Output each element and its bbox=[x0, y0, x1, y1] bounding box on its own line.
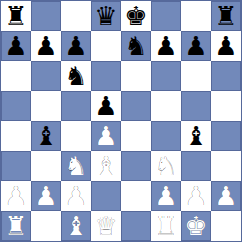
piece-white-bishop[interactable]: ♗ bbox=[91, 151, 121, 181]
square-a1[interactable]: ♖ bbox=[1, 211, 31, 241]
square-h2[interactable]: ♙ bbox=[211, 181, 241, 211]
piece-black-pawn[interactable]: ♟ bbox=[151, 31, 181, 61]
square-f5[interactable] bbox=[151, 91, 181, 121]
square-h4[interactable] bbox=[211, 121, 241, 151]
piece-white-pawn[interactable]: ♙ bbox=[1, 181, 31, 211]
square-h1[interactable] bbox=[211, 211, 241, 241]
piece-black-queen[interactable]: ♛ bbox=[91, 1, 121, 31]
square-d8[interactable]: ♛ bbox=[91, 1, 121, 31]
square-c6[interactable]: ♞ bbox=[61, 61, 91, 91]
piece-black-rook[interactable]: ♜ bbox=[211, 1, 241, 31]
square-h8[interactable]: ♜ bbox=[211, 1, 241, 31]
square-b1[interactable] bbox=[31, 211, 61, 241]
square-e8[interactable]: ♚ bbox=[121, 1, 151, 31]
square-d4[interactable]: ♙ bbox=[91, 121, 121, 151]
square-f3[interactable]: ♘ bbox=[151, 151, 181, 181]
square-f8[interactable] bbox=[151, 1, 181, 31]
piece-white-rook[interactable]: ♖ bbox=[1, 211, 31, 241]
square-f2[interactable]: ♙ bbox=[151, 181, 181, 211]
piece-white-rook[interactable]: ♖ bbox=[151, 211, 181, 241]
piece-white-knight[interactable]: ♘ bbox=[61, 151, 91, 181]
chess-board: ♜♛♚♜♟♟♟♞♟♟♟♞♟♝♙♝♘♗♘♙♙♙♙♙♙♖♗♕♖♔ bbox=[0, 0, 242, 242]
square-a3[interactable] bbox=[1, 151, 31, 181]
piece-white-queen[interactable]: ♕ bbox=[91, 211, 121, 241]
square-b8[interactable] bbox=[31, 1, 61, 31]
square-g6[interactable] bbox=[181, 61, 211, 91]
piece-black-pawn[interactable]: ♟ bbox=[181, 31, 211, 61]
square-d2[interactable] bbox=[91, 181, 121, 211]
piece-white-pawn[interactable]: ♙ bbox=[91, 121, 121, 151]
piece-white-pawn[interactable]: ♙ bbox=[151, 181, 181, 211]
piece-black-knight[interactable]: ♞ bbox=[121, 31, 151, 61]
square-e2[interactable] bbox=[121, 181, 151, 211]
square-d1[interactable]: ♕ bbox=[91, 211, 121, 241]
piece-white-pawn[interactable]: ♙ bbox=[211, 181, 241, 211]
square-b4[interactable]: ♝ bbox=[31, 121, 61, 151]
square-a4[interactable] bbox=[1, 121, 31, 151]
square-a5[interactable] bbox=[1, 91, 31, 121]
piece-black-pawn[interactable]: ♟ bbox=[31, 31, 61, 61]
square-g1[interactable]: ♔ bbox=[181, 211, 211, 241]
piece-white-pawn[interactable]: ♙ bbox=[31, 181, 61, 211]
square-h6[interactable] bbox=[211, 61, 241, 91]
square-g4[interactable]: ♝ bbox=[181, 121, 211, 151]
square-b5[interactable] bbox=[31, 91, 61, 121]
piece-black-bishop[interactable]: ♝ bbox=[31, 121, 61, 151]
square-g5[interactable] bbox=[181, 91, 211, 121]
square-g3[interactable] bbox=[181, 151, 211, 181]
square-c8[interactable] bbox=[61, 1, 91, 31]
square-h3[interactable] bbox=[211, 151, 241, 181]
square-h7[interactable]: ♟ bbox=[211, 31, 241, 61]
square-b6[interactable] bbox=[31, 61, 61, 91]
square-d7[interactable] bbox=[91, 31, 121, 61]
square-b3[interactable] bbox=[31, 151, 61, 181]
square-b2[interactable]: ♙ bbox=[31, 181, 61, 211]
square-c7[interactable]: ♟ bbox=[61, 31, 91, 61]
square-f4[interactable] bbox=[151, 121, 181, 151]
square-g7[interactable]: ♟ bbox=[181, 31, 211, 61]
piece-white-pawn[interactable]: ♙ bbox=[61, 181, 91, 211]
piece-white-bishop[interactable]: ♗ bbox=[61, 211, 91, 241]
square-g8[interactable] bbox=[181, 1, 211, 31]
piece-black-knight[interactable]: ♞ bbox=[61, 61, 91, 91]
square-d6[interactable] bbox=[91, 61, 121, 91]
square-c5[interactable] bbox=[61, 91, 91, 121]
square-a7[interactable]: ♟ bbox=[1, 31, 31, 61]
square-e4[interactable] bbox=[121, 121, 151, 151]
square-e3[interactable] bbox=[121, 151, 151, 181]
piece-white-king[interactable]: ♔ bbox=[181, 211, 211, 241]
square-d3[interactable]: ♗ bbox=[91, 151, 121, 181]
square-e5[interactable] bbox=[121, 91, 151, 121]
square-b7[interactable]: ♟ bbox=[31, 31, 61, 61]
square-e7[interactable]: ♞ bbox=[121, 31, 151, 61]
square-c2[interactable]: ♙ bbox=[61, 181, 91, 211]
piece-white-pawn[interactable]: ♙ bbox=[181, 181, 211, 211]
piece-black-pawn[interactable]: ♟ bbox=[61, 31, 91, 61]
square-d5[interactable]: ♟ bbox=[91, 91, 121, 121]
square-f1[interactable]: ♖ bbox=[151, 211, 181, 241]
square-c1[interactable]: ♗ bbox=[61, 211, 91, 241]
square-c4[interactable] bbox=[61, 121, 91, 151]
piece-white-knight[interactable]: ♘ bbox=[151, 151, 181, 181]
square-e1[interactable] bbox=[121, 211, 151, 241]
square-a2[interactable]: ♙ bbox=[1, 181, 31, 211]
square-a6[interactable] bbox=[1, 61, 31, 91]
piece-black-pawn[interactable]: ♟ bbox=[91, 91, 121, 121]
square-g2[interactable]: ♙ bbox=[181, 181, 211, 211]
piece-black-rook[interactable]: ♜ bbox=[1, 1, 31, 31]
piece-black-pawn[interactable]: ♟ bbox=[1, 31, 31, 61]
square-e6[interactable] bbox=[121, 61, 151, 91]
square-f7[interactable]: ♟ bbox=[151, 31, 181, 61]
square-c3[interactable]: ♘ bbox=[61, 151, 91, 181]
piece-black-pawn[interactable]: ♟ bbox=[211, 31, 241, 61]
piece-black-bishop[interactable]: ♝ bbox=[181, 121, 211, 151]
square-f6[interactable] bbox=[151, 61, 181, 91]
square-h5[interactable] bbox=[211, 91, 241, 121]
piece-black-king[interactable]: ♚ bbox=[121, 1, 151, 31]
square-a8[interactable]: ♜ bbox=[1, 1, 31, 31]
